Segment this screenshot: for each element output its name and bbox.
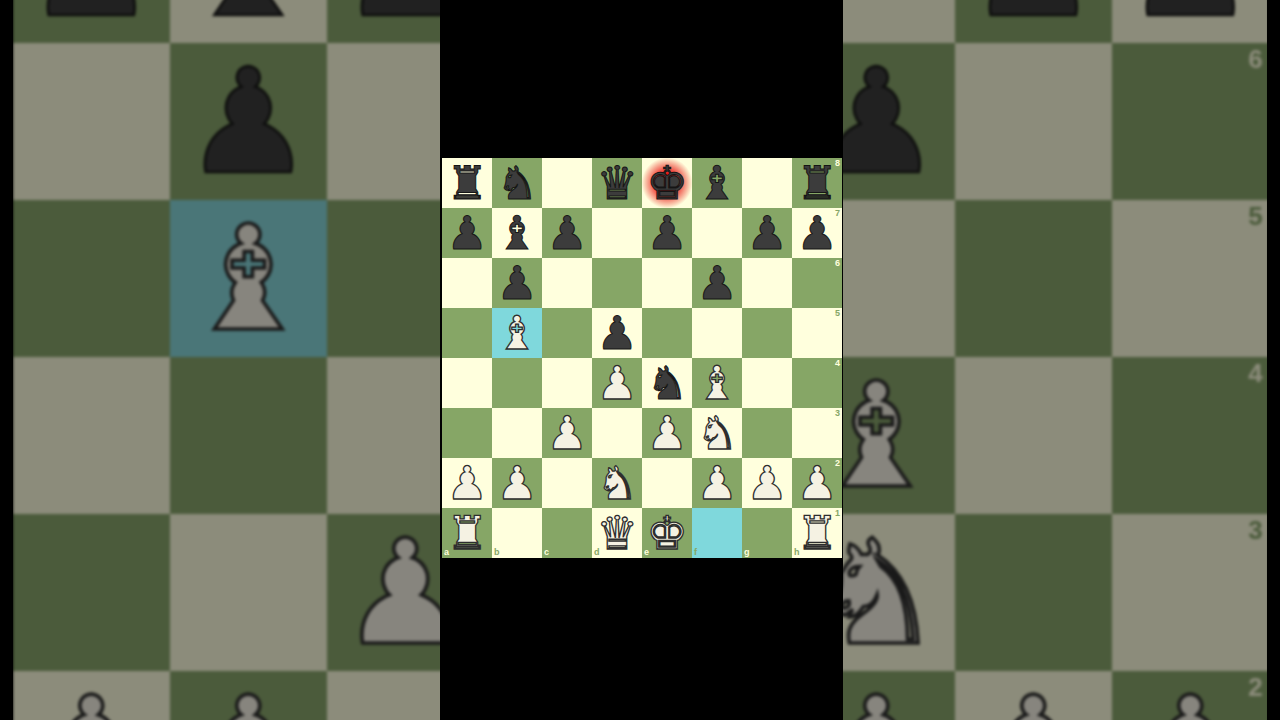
square-f1[interactable]: f: [692, 508, 742, 558]
square-a6[interactable]: [442, 258, 492, 308]
square-f4[interactable]: ♝: [692, 358, 742, 408]
black-pawn-h7[interactable]: ♟: [796, 210, 837, 256]
square-c7[interactable]: ♟: [542, 208, 592, 258]
black-bishop-b7: ♝: [184, 0, 314, 37]
white-pawn-e3[interactable]: ♟: [646, 410, 687, 456]
black-queen-d8[interactable]: ♛: [596, 160, 637, 206]
rank-label-5: 5: [1248, 203, 1262, 229]
file-label-c: c: [544, 548, 549, 557]
file-label-d: d: [594, 548, 600, 557]
black-pawn-e7[interactable]: ♟: [646, 210, 687, 256]
white-bishop-b5: ♝: [184, 206, 314, 351]
white-queen-d1[interactable]: ♛: [596, 510, 637, 556]
chess-board[interactable]: ♜♞♛♚♝♜8♟♝♟♟♟♟7♟♟6♝♟5♟♞♝4♟♟♞3♟♟♞♟♟♟2♜abc♛…: [442, 158, 842, 558]
square-h5[interactable]: 5: [792, 308, 842, 358]
square-e3[interactable]: ♟: [642, 408, 692, 458]
rank-label-6: 6: [835, 259, 840, 268]
rank-label-8: 8: [835, 159, 840, 168]
black-pawn-h7: ♟: [1126, 0, 1256, 37]
square-a3: [13, 514, 170, 671]
white-knight-f3[interactable]: ♞: [696, 410, 737, 456]
rank-label-6: 6: [1248, 46, 1262, 72]
square-e4[interactable]: ♞: [642, 358, 692, 408]
video-frame: ♜♞♛♚♝♜8♟♝♟♟♟♟7♟♟6♝♟5♟♞♝4♟♟♞3♟♟♞♟♟♟2♜abc♛…: [0, 0, 1280, 720]
square-f5[interactable]: [692, 308, 742, 358]
square-c6[interactable]: [542, 258, 592, 308]
black-pawn-b6: ♟: [184, 49, 314, 194]
square-g2: ♟: [955, 671, 1112, 720]
square-e7[interactable]: ♟: [642, 208, 692, 258]
square-g7: ♟: [955, 0, 1112, 43]
rank-label-3: 3: [1248, 517, 1262, 543]
square-b4: [170, 357, 327, 514]
black-pawn-c7[interactable]: ♟: [546, 210, 587, 256]
square-h4: 4: [1112, 357, 1267, 514]
black-knight-b8[interactable]: ♞: [496, 160, 537, 206]
square-e1[interactable]: ♚e: [642, 508, 692, 558]
square-e6[interactable]: [642, 258, 692, 308]
square-a1[interactable]: ♜a: [442, 508, 492, 558]
square-a8[interactable]: ♜: [442, 158, 492, 208]
square-d3[interactable]: [592, 408, 642, 458]
rank-label-1: 1: [835, 509, 840, 518]
square-g5[interactable]: [742, 308, 792, 358]
square-h2[interactable]: ♟2: [792, 458, 842, 508]
square-h7[interactable]: ♟7: [792, 208, 842, 258]
white-pawn-d4[interactable]: ♟: [596, 360, 637, 406]
square-b7[interactable]: ♝: [492, 208, 542, 258]
white-pawn-a2[interactable]: ♟: [446, 460, 487, 506]
square-a5[interactable]: [442, 308, 492, 358]
square-d2[interactable]: ♞: [592, 458, 642, 508]
square-b8[interactable]: ♞: [492, 158, 542, 208]
rank-label-3: 3: [835, 409, 840, 418]
square-h3[interactable]: 3: [792, 408, 842, 458]
square-d4[interactable]: ♟: [592, 358, 642, 408]
square-d8[interactable]: ♛: [592, 158, 642, 208]
white-bishop-f4[interactable]: ♝: [696, 360, 737, 406]
square-a2[interactable]: ♟: [442, 458, 492, 508]
square-d7[interactable]: [592, 208, 642, 258]
black-rook-a8[interactable]: ♜: [446, 160, 487, 206]
file-label-a: a: [444, 548, 449, 557]
white-pawn-a2: ♟: [27, 677, 157, 720]
black-bishop-f8[interactable]: ♝: [696, 160, 737, 206]
square-g4: [955, 357, 1112, 514]
square-a7: ♟: [13, 0, 170, 43]
square-c8[interactable]: [542, 158, 592, 208]
black-pawn-d5[interactable]: ♟: [596, 310, 637, 356]
square-h1[interactable]: ♜1h: [792, 508, 842, 558]
square-c4[interactable]: [542, 358, 592, 408]
square-g8[interactable]: [742, 158, 792, 208]
square-d1[interactable]: ♛d: [592, 508, 642, 558]
file-label-h: h: [794, 548, 800, 557]
square-f8[interactable]: ♝: [692, 158, 742, 208]
black-rook-h8[interactable]: ♜: [796, 160, 837, 206]
file-label-b: b: [494, 548, 500, 557]
square-g3: [955, 514, 1112, 671]
square-h5: 5: [1112, 200, 1267, 357]
square-a2: ♟: [13, 671, 170, 720]
square-b5: ♝: [170, 200, 327, 357]
file-label-f: f: [694, 548, 697, 557]
square-f6[interactable]: ♟: [692, 258, 742, 308]
white-pawn-b2[interactable]: ♟: [496, 460, 537, 506]
square-d6[interactable]: [592, 258, 642, 308]
square-f3[interactable]: ♞: [692, 408, 742, 458]
square-h3: 3: [1112, 514, 1267, 671]
square-g1[interactable]: g: [742, 508, 792, 558]
black-pawn-a7: ♟: [27, 0, 157, 37]
rank-label-4: 4: [835, 359, 840, 368]
rank-label-2: 2: [835, 459, 840, 468]
square-e8[interactable]: ♚: [642, 158, 692, 208]
square-h2: ♟2: [1112, 671, 1267, 720]
square-d5[interactable]: ♟: [592, 308, 642, 358]
black-knight-e4[interactable]: ♞: [646, 360, 687, 406]
rank-label-4: 4: [1248, 360, 1262, 386]
square-b1[interactable]: b: [492, 508, 542, 558]
rank-label-7: 7: [835, 209, 840, 218]
square-b2[interactable]: ♟: [492, 458, 542, 508]
square-b6[interactable]: ♟: [492, 258, 542, 308]
rank-label-2: 2: [1248, 674, 1262, 700]
black-pawn-g7: ♟: [969, 0, 1099, 37]
square-c2[interactable]: [542, 458, 592, 508]
black-king-e8[interactable]: ♚: [646, 160, 687, 206]
black-pawn-f6[interactable]: ♟: [696, 260, 737, 306]
square-e2[interactable]: [642, 458, 692, 508]
white-pawn-h2: ♟: [1126, 677, 1256, 720]
white-rook-a1[interactable]: ♜: [446, 510, 487, 556]
square-e5[interactable]: [642, 308, 692, 358]
square-b3: [170, 514, 327, 671]
square-a5: [13, 200, 170, 357]
square-h8[interactable]: ♜8: [792, 158, 842, 208]
square-g4[interactable]: [742, 358, 792, 408]
black-pawn-a7[interactable]: ♟: [446, 210, 487, 256]
black-bishop-b7[interactable]: ♝: [496, 210, 537, 256]
file-label-g: g: [744, 548, 750, 557]
square-f2[interactable]: ♟: [692, 458, 742, 508]
square-g6: [955, 43, 1112, 200]
white-pawn-b2: ♟: [184, 677, 314, 720]
square-b6: ♟: [170, 43, 327, 200]
square-h6[interactable]: 6: [792, 258, 842, 308]
square-b3[interactable]: [492, 408, 542, 458]
white-bishop-b5[interactable]: ♝: [496, 310, 537, 356]
white-pawn-h2[interactable]: ♟: [796, 460, 837, 506]
white-knight-d2[interactable]: ♞: [596, 460, 637, 506]
square-g6[interactable]: [742, 258, 792, 308]
square-a4: [13, 357, 170, 514]
square-b2: ♟: [170, 671, 327, 720]
square-g2[interactable]: ♟: [742, 458, 792, 508]
square-h7: ♟7: [1112, 0, 1267, 43]
black-pawn-b6[interactable]: ♟: [496, 260, 537, 306]
square-b4[interactable]: [492, 358, 542, 408]
square-g7[interactable]: ♟: [742, 208, 792, 258]
square-a4[interactable]: [442, 358, 492, 408]
file-label-e: e: [644, 548, 649, 557]
square-g5: [955, 200, 1112, 357]
square-b5[interactable]: ♝: [492, 308, 542, 358]
square-a3[interactable]: [442, 408, 492, 458]
rank-label-5: 5: [835, 309, 840, 318]
square-c1[interactable]: c: [542, 508, 592, 558]
square-a7[interactable]: ♟: [442, 208, 492, 258]
white-pawn-f2[interactable]: ♟: [696, 460, 737, 506]
square-c3[interactable]: ♟: [542, 408, 592, 458]
square-h6: 6: [1112, 43, 1267, 200]
white-pawn-g2[interactable]: ♟: [746, 460, 787, 506]
square-c5[interactable]: [542, 308, 592, 358]
square-a6: [13, 43, 170, 200]
white-pawn-g2: ♟: [969, 677, 1099, 720]
square-h4[interactable]: 4: [792, 358, 842, 408]
square-f7[interactable]: [692, 208, 742, 258]
square-g3[interactable]: [742, 408, 792, 458]
black-pawn-g7[interactable]: ♟: [746, 210, 787, 256]
white-pawn-c3[interactable]: ♟: [546, 410, 587, 456]
white-king-e1[interactable]: ♚: [646, 510, 687, 556]
white-rook-h1[interactable]: ♜: [796, 510, 837, 556]
